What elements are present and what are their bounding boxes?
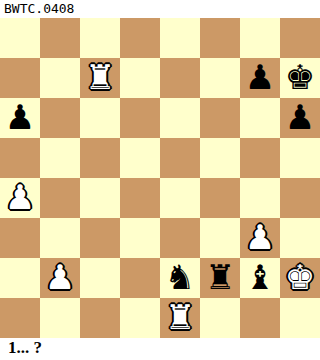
square-a3[interactable] [0,218,40,258]
square-g2[interactable]: ♝ [240,258,280,298]
piece-black-bishop[interactable]: ♝ [245,258,275,297]
piece-white-pawn[interactable]: ♟ [45,258,75,297]
square-c4[interactable] [80,178,120,218]
square-c5[interactable] [80,138,120,178]
puzzle-title: BWTC.0408 [0,0,320,18]
square-f7[interactable] [200,58,240,98]
square-h1[interactable] [280,298,320,338]
square-h8[interactable] [280,18,320,58]
piece-black-pawn[interactable]: ♟ [245,58,275,97]
square-g3[interactable]: ♟ [240,218,280,258]
square-c7[interactable]: ♜ [80,58,120,98]
square-h7[interactable]: ♚ [280,58,320,98]
square-c8[interactable] [80,18,120,58]
square-a8[interactable] [0,18,40,58]
square-a2[interactable] [0,258,40,298]
square-d5[interactable] [120,138,160,178]
piece-black-pawn[interactable]: ♟ [5,98,35,137]
square-d4[interactable] [120,178,160,218]
square-b4[interactable] [40,178,80,218]
square-g8[interactable] [240,18,280,58]
square-g6[interactable] [240,98,280,138]
square-f2[interactable]: ♜ [200,258,240,298]
square-a7[interactable] [0,58,40,98]
square-e7[interactable] [160,58,200,98]
square-c2[interactable] [80,258,120,298]
square-f5[interactable] [200,138,240,178]
square-d3[interactable] [120,218,160,258]
square-h3[interactable] [280,218,320,258]
square-e6[interactable] [160,98,200,138]
square-a6[interactable]: ♟ [0,98,40,138]
square-b8[interactable] [40,18,80,58]
square-h4[interactable] [280,178,320,218]
square-g7[interactable]: ♟ [240,58,280,98]
piece-black-rook[interactable]: ♜ [205,258,235,297]
square-f4[interactable] [200,178,240,218]
piece-white-rook[interactable]: ♜ [165,298,195,337]
square-e8[interactable] [160,18,200,58]
square-d2[interactable] [120,258,160,298]
piece-white-king[interactable]: ♚ [285,258,315,297]
square-c1[interactable] [80,298,120,338]
square-g1[interactable] [240,298,280,338]
piece-black-knight[interactable]: ♞ [165,258,195,297]
square-f6[interactable] [200,98,240,138]
square-a1[interactable] [0,298,40,338]
square-a5[interactable] [0,138,40,178]
square-d8[interactable] [120,18,160,58]
square-b6[interactable] [40,98,80,138]
square-a4[interactable]: ♟ [0,178,40,218]
square-f8[interactable] [200,18,240,58]
piece-black-king[interactable]: ♚ [285,58,315,97]
square-c3[interactable] [80,218,120,258]
square-g4[interactable] [240,178,280,218]
square-f1[interactable] [200,298,240,338]
move-prompt: 1... ? [0,338,320,360]
square-f3[interactable] [200,218,240,258]
square-e1[interactable]: ♜ [160,298,200,338]
piece-white-pawn[interactable]: ♟ [5,178,35,217]
square-c6[interactable] [80,98,120,138]
piece-white-rook[interactable]: ♜ [85,58,115,97]
square-d1[interactable] [120,298,160,338]
chess-puzzle-frame: BWTC.0408 ♜♟♚♟♟♟♟♟♞♜♝♚♜ 1... ? [0,0,320,360]
piece-white-pawn[interactable]: ♟ [245,218,275,257]
square-b5[interactable] [40,138,80,178]
square-d6[interactable] [120,98,160,138]
square-h2[interactable]: ♚ [280,258,320,298]
square-e2[interactable]: ♞ [160,258,200,298]
square-e5[interactable] [160,138,200,178]
square-e4[interactable] [160,178,200,218]
square-h5[interactable] [280,138,320,178]
square-g5[interactable] [240,138,280,178]
square-b3[interactable] [40,218,80,258]
square-b1[interactable] [40,298,80,338]
square-b7[interactable] [40,58,80,98]
square-d7[interactable] [120,58,160,98]
square-h6[interactable]: ♟ [280,98,320,138]
chess-board: ♜♟♚♟♟♟♟♟♞♜♝♚♜ [0,18,320,338]
square-b2[interactable]: ♟ [40,258,80,298]
square-e3[interactable] [160,218,200,258]
piece-black-pawn[interactable]: ♟ [285,98,315,137]
